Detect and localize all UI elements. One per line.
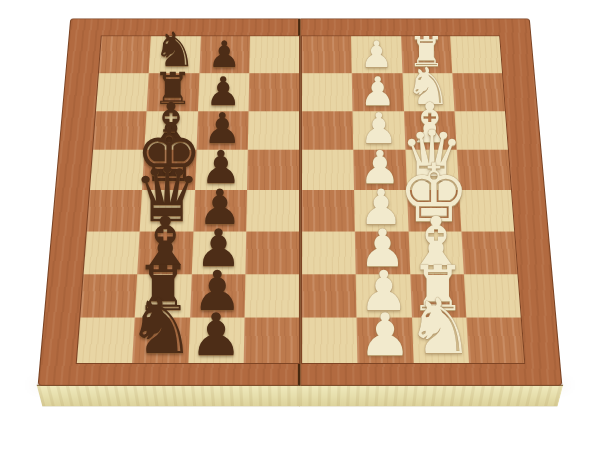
square-b3 [352, 73, 403, 111]
square-b1 [452, 73, 505, 111]
square-b6 [198, 73, 249, 111]
board-front-edge-left [37, 385, 300, 407]
square-d2 [405, 150, 459, 190]
folding-chess-board [38, 19, 563, 386]
square-f5 [245, 231, 299, 274]
square-d7 [142, 150, 196, 190]
square-c8 [93, 111, 147, 150]
square-h5 [243, 318, 299, 363]
square-h1 [466, 318, 524, 363]
square-f6 [191, 231, 246, 274]
square-d1 [456, 150, 511, 190]
square-d8 [90, 150, 145, 190]
square-b2 [402, 73, 454, 111]
square-e5 [246, 190, 299, 231]
square-b8 [96, 73, 149, 111]
square-g8 [80, 274, 137, 318]
square-c4 [302, 111, 354, 150]
square-a3 [351, 36, 402, 73]
square-c5 [248, 111, 300, 150]
board-half-right [300, 19, 562, 386]
square-c1 [454, 111, 508, 150]
square-a8 [99, 36, 151, 73]
square-g6 [190, 274, 246, 318]
square-e1 [459, 190, 514, 231]
square-f1 [461, 231, 517, 274]
square-e8 [87, 190, 142, 231]
square-g4 [302, 274, 357, 318]
square-g5 [244, 274, 299, 318]
square-e3 [354, 190, 408, 231]
square-d6 [195, 150, 248, 190]
square-h7 [132, 318, 189, 363]
square-c7 [145, 111, 198, 150]
product-photo-stage: ♞♟♟♜♜♟♟♞♝♟♟♝♚♟♟♛♛♟♟♚♝♟♟♝♜♟♟♜♞♟♟♞ [0, 0, 600, 450]
square-b4 [302, 73, 353, 111]
square-a7 [149, 36, 200, 73]
square-a5 [249, 36, 299, 73]
board-front-edge-right [299, 385, 563, 407]
square-a6 [199, 36, 250, 73]
square-e7 [140, 190, 195, 231]
board-grid-left [76, 36, 300, 364]
square-e2 [407, 190, 462, 231]
scene [0, 0, 600, 450]
square-a4 [302, 36, 352, 73]
square-h4 [302, 318, 358, 363]
square-h2 [411, 318, 468, 363]
square-h6 [188, 318, 244, 363]
square-e6 [193, 190, 247, 231]
board-half-left [38, 19, 300, 386]
square-d3 [353, 150, 406, 190]
square-g3 [356, 274, 412, 318]
square-d5 [247, 150, 299, 190]
square-b5 [248, 73, 299, 111]
square-e4 [302, 190, 355, 231]
square-g2 [410, 274, 466, 318]
square-f2 [408, 231, 463, 274]
square-f7 [137, 231, 192, 274]
square-g7 [135, 274, 191, 318]
square-h3 [357, 318, 413, 363]
square-h8 [77, 318, 135, 363]
board-grid-right [301, 36, 525, 364]
square-f8 [84, 231, 140, 274]
square-f3 [355, 231, 410, 274]
square-f4 [302, 231, 356, 274]
square-a2 [401, 36, 452, 73]
square-b7 [147, 73, 199, 111]
square-a1 [450, 36, 502, 73]
square-c2 [403, 111, 456, 150]
square-c6 [196, 111, 248, 150]
square-d4 [302, 150, 354, 190]
square-g1 [464, 274, 521, 318]
square-c3 [353, 111, 405, 150]
